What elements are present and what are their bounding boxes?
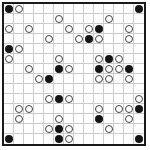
cell-r5c4[interactable]	[44, 54, 54, 64]
cell-r4c13[interactable]	[134, 44, 144, 54]
black-circle-clue	[135, 105, 143, 113]
black-circle-clue	[55, 135, 63, 143]
white-circle-clue	[75, 35, 83, 43]
white-circle-clue	[45, 95, 53, 103]
cell-r7c5[interactable]	[54, 74, 64, 84]
cell-r6c5[interactable]	[54, 64, 64, 74]
cell-r2c4[interactable]	[44, 24, 54, 34]
cell-r3c11[interactable]	[114, 34, 124, 44]
cell-r7c8[interactable]	[84, 74, 94, 84]
cell-r4c6[interactable]	[64, 44, 74, 54]
cell-r12c9[interactable]	[94, 124, 104, 134]
cell-r8c8[interactable]	[84, 84, 94, 94]
white-circle-clue	[125, 25, 133, 33]
cell-r7c12[interactable]	[124, 74, 134, 84]
cell-r1c3[interactable]	[34, 14, 44, 24]
cell-r9c2[interactable]	[24, 94, 34, 104]
cell-r10c9[interactable]	[94, 104, 104, 114]
cell-r7c11[interactable]	[114, 74, 124, 84]
cell-r10c4[interactable]	[44, 104, 54, 114]
cell-r5c9[interactable]	[94, 54, 104, 64]
cell-r13c1[interactable]	[14, 134, 24, 144]
cell-r6c8[interactable]	[84, 64, 94, 74]
white-circle-clue	[15, 105, 23, 113]
cell-r7c10[interactable]	[104, 74, 114, 84]
cell-r2c11[interactable]	[114, 24, 124, 34]
cell-r13c9[interactable]	[94, 134, 104, 144]
white-circle-clue	[45, 125, 53, 133]
black-circle-clue	[45, 75, 53, 83]
cell-r5c5[interactable]	[54, 54, 64, 64]
white-circle-clue	[15, 45, 23, 53]
cell-r11c6[interactable]	[64, 114, 74, 124]
cell-r12c6[interactable]	[64, 124, 74, 134]
cell-r1c7[interactable]	[74, 14, 84, 24]
cell-r9c1[interactable]	[14, 94, 24, 104]
cell-r7c1[interactable]	[14, 74, 24, 84]
white-circle-clue	[125, 75, 133, 83]
cell-r2c9[interactable]	[94, 24, 104, 34]
cell-r8c3[interactable]	[34, 84, 44, 94]
white-circle-clue	[65, 135, 73, 143]
cell-r5c8[interactable]	[84, 54, 94, 64]
cell-r7c4[interactable]	[44, 74, 54, 84]
cell-r9c13[interactable]	[134, 94, 144, 104]
cell-r0c4[interactable]	[44, 4, 54, 14]
cell-r13c0[interactable]	[4, 134, 14, 144]
cell-r3c9[interactable]	[94, 34, 104, 44]
cell-r7c3[interactable]	[34, 74, 44, 84]
cell-r6c7[interactable]	[74, 64, 84, 74]
cell-r11c7[interactable]	[74, 114, 84, 124]
cell-r13c4[interactable]	[44, 134, 54, 144]
cell-r4c10[interactable]	[104, 44, 114, 54]
cell-r7c9[interactable]	[94, 74, 104, 84]
cell-r4c0[interactable]	[4, 44, 14, 54]
cell-r2c8[interactable]	[84, 24, 94, 34]
cell-r1c9[interactable]	[94, 14, 104, 24]
cell-r10c6[interactable]	[64, 104, 74, 114]
cell-r1c5[interactable]	[54, 14, 64, 24]
cell-r3c0[interactable]	[4, 34, 14, 44]
cell-r8c10[interactable]	[104, 84, 114, 94]
cell-r12c4[interactable]	[44, 124, 54, 134]
black-circle-clue	[85, 35, 93, 43]
cell-r4c12[interactable]	[124, 44, 134, 54]
cell-r12c1[interactable]	[14, 124, 24, 134]
cell-r3c12[interactable]	[124, 34, 134, 44]
cell-r6c9[interactable]	[94, 64, 104, 74]
cell-r3c10[interactable]	[104, 34, 114, 44]
cell-r4c9[interactable]	[94, 44, 104, 54]
cell-r2c7[interactable]	[74, 24, 84, 34]
cell-r0c7[interactable]	[74, 4, 84, 14]
cell-r5c0[interactable]	[4, 54, 14, 64]
cell-r2c12[interactable]	[124, 24, 134, 34]
cell-r11c11[interactable]	[114, 114, 124, 124]
cell-r10c8[interactable]	[84, 104, 94, 114]
white-circle-clue	[125, 105, 133, 113]
white-circle-clue	[115, 55, 123, 63]
cell-r10c0[interactable]	[4, 104, 14, 114]
cell-r13c5[interactable]	[54, 134, 64, 144]
cell-r13c6[interactable]	[64, 134, 74, 144]
cell-r6c10[interactable]	[104, 64, 114, 74]
cell-r12c12[interactable]	[124, 124, 134, 134]
cell-r0c5[interactable]	[54, 4, 64, 14]
black-circle-clue	[5, 5, 13, 13]
white-circle-clue	[125, 115, 133, 123]
black-circle-clue	[55, 65, 63, 73]
cell-r13c3[interactable]	[34, 134, 44, 144]
cell-r0c6[interactable]	[64, 4, 74, 14]
cell-r9c9[interactable]	[94, 94, 104, 104]
cell-r4c5[interactable]	[54, 44, 64, 54]
cell-r4c1[interactable]	[14, 44, 24, 54]
cell-r4c7[interactable]	[74, 44, 84, 54]
cell-r2c13[interactable]	[134, 24, 144, 34]
cell-r6c13[interactable]	[134, 64, 144, 74]
white-circle-clue	[25, 65, 33, 73]
cell-r0c0[interactable]	[4, 4, 14, 14]
cell-r9c12[interactable]	[124, 94, 134, 104]
black-circle-clue	[95, 115, 103, 123]
cell-r1c0[interactable]	[4, 14, 14, 24]
cell-r12c11[interactable]	[114, 124, 124, 134]
cell-r2c1[interactable]	[14, 24, 24, 34]
cell-r8c6[interactable]	[64, 84, 74, 94]
cell-r3c13[interactable]	[134, 34, 144, 44]
cell-r4c4[interactable]	[44, 44, 54, 54]
cell-r8c7[interactable]	[74, 84, 84, 94]
cell-r9c8[interactable]	[84, 94, 94, 104]
cell-r13c7[interactable]	[74, 134, 84, 144]
cell-r6c11[interactable]	[114, 64, 124, 74]
cell-r4c2[interactable]	[24, 44, 34, 54]
cell-r3c5[interactable]	[54, 34, 64, 44]
black-circle-clue	[105, 55, 113, 63]
white-circle-clue	[55, 55, 63, 63]
cell-r1c12[interactable]	[124, 14, 134, 24]
cell-r8c1[interactable]	[14, 84, 24, 94]
cell-r0c3[interactable]	[34, 4, 44, 14]
cell-r3c1[interactable]	[14, 34, 24, 44]
cell-r0c1[interactable]	[14, 4, 24, 14]
black-circle-clue	[95, 25, 103, 33]
cell-r6c1[interactable]	[14, 64, 24, 74]
cell-r0c8[interactable]	[84, 4, 94, 14]
white-circle-clue	[65, 25, 73, 33]
cell-r2c6[interactable]	[64, 24, 74, 34]
cell-r3c7[interactable]	[74, 34, 84, 44]
black-circle-clue	[125, 65, 133, 73]
cell-r2c5[interactable]	[54, 24, 64, 34]
cell-r5c7[interactable]	[74, 54, 84, 64]
cell-r1c11[interactable]	[114, 14, 124, 24]
cell-r0c10[interactable]	[104, 4, 114, 14]
cell-r2c0[interactable]	[4, 24, 14, 34]
cell-r8c11[interactable]	[114, 84, 124, 94]
white-circle-clue	[95, 75, 103, 83]
white-circle-clue	[65, 95, 73, 103]
cell-r12c7[interactable]	[74, 124, 84, 134]
white-circle-clue	[95, 105, 103, 113]
cell-r7c0[interactable]	[4, 74, 14, 84]
white-circle-clue	[15, 115, 23, 123]
cell-r9c6[interactable]	[64, 94, 74, 104]
cell-r9c5[interactable]	[54, 94, 64, 104]
cell-r8c0[interactable]	[4, 84, 14, 94]
cell-r8c4[interactable]	[44, 84, 54, 94]
cell-r9c3[interactable]	[34, 94, 44, 104]
cell-r6c4[interactable]	[44, 64, 54, 74]
cell-r13c10[interactable]	[104, 134, 114, 144]
white-circle-clue	[5, 55, 13, 63]
cell-r1c8[interactable]	[84, 14, 94, 24]
cell-r5c6[interactable]	[64, 54, 74, 64]
white-circle-clue	[5, 25, 13, 33]
white-circle-clue	[115, 105, 123, 113]
white-circle-clue	[105, 125, 113, 133]
cell-r9c4[interactable]	[44, 94, 54, 104]
cell-r6c6[interactable]	[64, 64, 74, 74]
cell-r3c8[interactable]	[84, 34, 94, 44]
cell-r3c6[interactable]	[64, 34, 74, 44]
cell-r13c2[interactable]	[24, 134, 34, 144]
masyu-board	[2, 2, 146, 146]
cell-r4c11[interactable]	[114, 44, 124, 54]
cell-r0c2[interactable]	[24, 4, 34, 14]
cell-r13c12[interactable]	[124, 134, 134, 144]
cell-r11c12[interactable]	[124, 114, 134, 124]
cell-r1c2[interactable]	[24, 14, 34, 24]
cell-r7c6[interactable]	[64, 74, 74, 84]
white-circle-clue	[135, 95, 143, 103]
cell-r10c10[interactable]	[104, 104, 114, 114]
cell-r12c0[interactable]	[4, 124, 14, 134]
black-circle-clue	[135, 5, 143, 13]
cell-r12c2[interactable]	[24, 124, 34, 134]
cell-r11c8[interactable]	[84, 114, 94, 124]
cell-r10c7[interactable]	[74, 104, 84, 114]
cell-r11c0[interactable]	[4, 114, 14, 124]
cell-r8c2[interactable]	[24, 84, 34, 94]
cell-r2c10[interactable]	[104, 24, 114, 34]
cell-r13c8[interactable]	[84, 134, 94, 144]
cell-r0c9[interactable]	[94, 4, 104, 14]
black-circle-clue	[5, 45, 13, 53]
black-circle-clue	[5, 135, 13, 143]
cell-r10c3[interactable]	[34, 104, 44, 114]
cell-r11c4[interactable]	[44, 114, 54, 124]
cell-r3c2[interactable]	[24, 34, 34, 44]
cell-r8c12[interactable]	[124, 84, 134, 94]
black-circle-clue	[135, 135, 143, 143]
cell-r2c3[interactable]	[34, 24, 44, 34]
cell-r8c13[interactable]	[134, 84, 144, 94]
cell-r6c0[interactable]	[4, 64, 14, 74]
cell-r10c2[interactable]	[24, 104, 34, 114]
cell-r11c3[interactable]	[34, 114, 44, 124]
cell-r4c8[interactable]	[84, 44, 94, 54]
cell-r5c3[interactable]	[34, 54, 44, 64]
cell-r12c13[interactable]	[134, 124, 144, 134]
white-circle-clue	[95, 35, 103, 43]
cell-r11c13[interactable]	[134, 114, 144, 124]
cell-r5c12[interactable]	[124, 54, 134, 64]
cell-r10c5[interactable]	[54, 104, 64, 114]
white-circle-clue	[105, 15, 113, 23]
black-circle-clue	[55, 95, 63, 103]
white-circle-clue	[25, 105, 33, 113]
cell-r8c5[interactable]	[54, 84, 64, 94]
cell-r7c2[interactable]	[24, 74, 34, 84]
white-circle-clue	[15, 5, 23, 13]
cell-r12c8[interactable]	[84, 124, 94, 134]
white-circle-clue	[55, 15, 63, 23]
white-circle-clue	[35, 75, 43, 83]
cell-r9c0[interactable]	[4, 94, 14, 104]
cell-r11c2[interactable]	[24, 114, 34, 124]
cell-r3c3[interactable]	[34, 34, 44, 44]
cell-r1c1[interactable]	[14, 14, 24, 24]
cell-r6c3[interactable]	[34, 64, 44, 74]
white-circle-clue	[105, 75, 113, 83]
cell-r6c12[interactable]	[124, 64, 134, 74]
cell-r12c5[interactable]	[54, 124, 64, 134]
cell-r0c12[interactable]	[124, 4, 134, 14]
cell-r12c3[interactable]	[34, 124, 44, 134]
cell-r1c4[interactable]	[44, 14, 54, 24]
cell-r10c12[interactable]	[124, 104, 134, 114]
cell-r10c11[interactable]	[114, 104, 124, 114]
cell-r11c9[interactable]	[94, 114, 104, 124]
white-circle-clue	[25, 25, 33, 33]
cell-r0c11[interactable]	[114, 4, 124, 14]
cell-r3c4[interactable]	[44, 34, 54, 44]
white-circle-clue	[115, 65, 123, 73]
cell-r10c13[interactable]	[134, 104, 144, 114]
white-circle-clue	[125, 35, 133, 43]
white-circle-clue	[95, 55, 103, 63]
cell-r7c7[interactable]	[74, 74, 84, 84]
cell-r4c3[interactable]	[34, 44, 44, 54]
white-circle-clue	[85, 25, 93, 33]
cell-r8c9[interactable]	[94, 84, 104, 94]
cell-r1c10[interactable]	[104, 14, 114, 24]
cell-r9c11[interactable]	[114, 94, 124, 104]
cell-r0c13[interactable]	[134, 4, 144, 14]
cell-r1c13[interactable]	[134, 14, 144, 24]
cell-r1c6[interactable]	[64, 14, 74, 24]
cell-r11c5[interactable]	[54, 114, 64, 124]
cell-r2c2[interactable]	[24, 24, 34, 34]
cell-r11c1[interactable]	[14, 114, 24, 124]
white-circle-clue	[45, 35, 53, 43]
white-circle-clue	[65, 125, 73, 133]
cell-r10c1[interactable]	[14, 104, 24, 114]
cell-r11c10[interactable]	[104, 114, 114, 124]
cell-r13c11[interactable]	[114, 134, 124, 144]
cell-r5c10[interactable]	[104, 54, 114, 64]
cell-r5c13[interactable]	[134, 54, 144, 64]
cell-r6c2[interactable]	[24, 64, 34, 74]
cell-r13c13[interactable]	[134, 134, 144, 144]
black-circle-clue	[55, 125, 63, 133]
cell-r5c1[interactable]	[14, 54, 24, 64]
white-circle-clue	[105, 65, 113, 73]
cell-r5c11[interactable]	[114, 54, 124, 64]
white-circle-clue	[55, 115, 63, 123]
cell-r9c10[interactable]	[104, 94, 114, 104]
cell-r12c10[interactable]	[104, 124, 114, 134]
white-circle-clue	[65, 65, 73, 73]
cell-r5c2[interactable]	[24, 54, 34, 64]
cell-r7c13[interactable]	[134, 74, 144, 84]
black-circle-clue	[95, 65, 103, 73]
cell-r9c7[interactable]	[74, 94, 84, 104]
